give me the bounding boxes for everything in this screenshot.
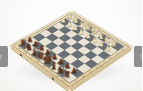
- board-square: ♟: [91, 38, 104, 46]
- board-square: [58, 33, 71, 41]
- file-label: f: [49, 70, 52, 72]
- rank-label: 5: [102, 61, 106, 63]
- board-square: ♝: [78, 22, 90, 30]
- chess-board: ♜♞♝♛♚♝♞♜♟♟♟♟♟♟♟♟♟♟♟♟♟♟♟♟♜♞♝♛♚♝♞♜ abcdefg…: [10, 10, 132, 88]
- board-square: [78, 37, 91, 45]
- board-square: [40, 29, 53, 37]
- board-square: [46, 33, 59, 41]
- file-label: c: [30, 56, 33, 58]
- board-square: [52, 29, 65, 37]
- board-square: [46, 25, 59, 33]
- board-square: ♟: [84, 34, 97, 42]
- board-square: ♚: [90, 30, 103, 38]
- white-pawn-piece: ♟: [85, 33, 91, 40]
- white-knight-piece: ♞: [72, 15, 79, 23]
- black-pawn-piece: ♟: [32, 40, 38, 47]
- board-squares: ♜♞♝♛♚♝♞♜♟♟♟♟♟♟♟♟♟♟♟♟♟♟♟♟♜♞♝♛♚♝♞♜: [19, 15, 124, 82]
- board-scene: ♜♞♝♛♚♝♞♜♟♟♟♟♟♟♟♟♟♟♟♟♟♟♟♟♜♞♝♛♚♝♞♜ abcdefg…: [0, 0, 142, 91]
- board-square: ♜: [66, 15, 78, 22]
- product-photo-chess-set: ♜♞♝♛♚♝♞♜♟♟♟♟♟♟♟♟♟♟♟♟♟♟♟♟♜♞♝♛♚♝♞♜ abcdefg…: [0, 0, 142, 91]
- rank-label: 2: [81, 75, 85, 78]
- board-square: ♟: [26, 37, 39, 45]
- board-square: [33, 33, 46, 41]
- file-label: g: [55, 75, 59, 78]
- white-queen-piece: ♛: [84, 21, 93, 31]
- white-rook-piece: ♜: [66, 13, 73, 20]
- rank-label: 3: [88, 70, 92, 73]
- white-pawn-piece: ♟: [79, 29, 85, 36]
- file-label: h: [62, 80, 66, 83]
- rank-label: 6: [108, 57, 112, 59]
- board-square: ♞: [104, 38, 117, 46]
- white-pawn-piece: ♟: [91, 37, 97, 44]
- board-square: [52, 37, 65, 45]
- white-king-piece: ♚: [90, 24, 100, 35]
- rank-label: 7: [115, 53, 119, 55]
- chevron-right-icon: ›: [140, 51, 143, 62]
- board-square: ♟: [65, 22, 77, 30]
- board-square: [71, 33, 84, 41]
- board-square: [65, 29, 78, 37]
- board-square: ♟: [60, 18, 72, 25]
- rank-label: 1: [74, 80, 78, 83]
- white-pawn-piece: ♟: [72, 25, 78, 32]
- board-square: [39, 37, 52, 45]
- carousel-next-button[interactable]: ›: [134, 46, 142, 67]
- board-square: ♟: [78, 30, 91, 38]
- file-label: b: [23, 52, 27, 54]
- white-knight-piece: ♞: [104, 35, 112, 44]
- board-square: [59, 26, 72, 34]
- white-rook-piece: ♜: [111, 40, 118, 48]
- board-square: [71, 41, 84, 49]
- chevron-left-icon: ‹: [0, 51, 3, 62]
- rank-label: 8: [121, 48, 124, 50]
- file-label: d: [36, 61, 40, 63]
- carousel-prev-button[interactable]: ‹: [0, 46, 8, 67]
- board-square: ♞: [72, 18, 84, 25]
- file-label: a: [18, 47, 22, 49]
- white-bishop-piece: ♝: [97, 30, 105, 39]
- white-bishop-piece: ♝: [78, 19, 86, 28]
- board-square: ♛: [84, 26, 97, 34]
- board-square: [53, 22, 65, 30]
- white-pawn-piece: ♟: [66, 21, 72, 28]
- board-square: ♝: [97, 34, 110, 42]
- rank-label: 4: [95, 66, 99, 68]
- black-pawn-piece: ♟: [27, 36, 33, 43]
- board-square: [65, 37, 78, 45]
- black-rook-piece: ♜: [19, 39, 26, 47]
- white-pawn-piece: ♟: [60, 17, 66, 24]
- white-pawn-piece: ♟: [98, 41, 104, 48]
- board-square: ♟: [72, 26, 85, 34]
- hinge-icon: [52, 76, 54, 80]
- hinge-icon: [20, 53, 22, 56]
- file-label: e: [42, 65, 46, 67]
